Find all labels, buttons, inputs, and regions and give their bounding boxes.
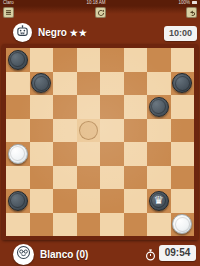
square-r3c2[interactable] xyxy=(30,95,54,119)
status-battery: 100% xyxy=(178,0,197,6)
hamburger-menu-icon xyxy=(5,9,12,16)
square-r8c8[interactable] xyxy=(171,213,195,237)
square-r8c3[interactable] xyxy=(53,213,77,237)
board-frame: ♛ xyxy=(2,44,198,240)
square-r7c3[interactable] xyxy=(53,189,77,213)
square-r3c7[interactable] xyxy=(147,95,171,119)
square-r4c8[interactable] xyxy=(171,119,195,143)
square-r1c1[interactable] xyxy=(6,48,30,72)
refresh-button[interactable] xyxy=(95,7,106,18)
stopwatch-icon xyxy=(145,247,156,265)
square-r4c7[interactable] xyxy=(147,119,171,143)
black-man[interactable] xyxy=(149,97,169,117)
square-r1c5[interactable] xyxy=(100,48,124,72)
square-r4c2[interactable] xyxy=(30,119,54,143)
white-man[interactable] xyxy=(8,144,28,164)
square-r6c1[interactable] xyxy=(6,166,30,190)
square-r2c2[interactable] xyxy=(30,72,54,96)
player-name: Blanco (0) xyxy=(40,249,88,260)
square-r8c7[interactable] xyxy=(147,213,171,237)
board: ♛ xyxy=(6,48,194,236)
square-r2c8[interactable] xyxy=(171,72,195,96)
hint-ring xyxy=(79,121,98,140)
square-r7c2[interactable] xyxy=(30,189,54,213)
square-r5c6[interactable] xyxy=(124,142,148,166)
undo-icon xyxy=(188,9,196,17)
square-r6c2[interactable] xyxy=(30,166,54,190)
square-r3c3[interactable] xyxy=(53,95,77,119)
square-r2c4[interactable] xyxy=(77,72,101,96)
player-timer: 09:54 xyxy=(159,245,196,261)
square-r1c7[interactable] xyxy=(147,48,171,72)
square-r5c5[interactable] xyxy=(100,142,124,166)
square-r6c4[interactable] xyxy=(77,166,101,190)
menu-button[interactable] xyxy=(3,7,14,18)
square-r8c1[interactable] xyxy=(6,213,30,237)
black-man[interactable] xyxy=(8,191,28,211)
square-r1c4[interactable] xyxy=(77,48,101,72)
square-r3c1[interactable] xyxy=(6,95,30,119)
square-r8c6[interactable] xyxy=(124,213,148,237)
refresh-icon xyxy=(97,9,105,17)
status-carrier: Claro xyxy=(3,0,14,6)
square-r2c3[interactable] xyxy=(53,72,77,96)
square-r5c2[interactable] xyxy=(30,142,54,166)
square-r2c1[interactable] xyxy=(6,72,30,96)
undo-button[interactable] xyxy=(186,7,197,18)
black-man[interactable] xyxy=(8,50,28,70)
status-time: 10:18 AM xyxy=(87,0,106,6)
square-r1c2[interactable] xyxy=(30,48,54,72)
square-r6c7[interactable] xyxy=(147,166,171,190)
square-r7c7[interactable]: ♛ xyxy=(147,189,171,213)
status-bar: Claro 10:18 AM 100% xyxy=(0,0,200,6)
square-r2c6[interactable] xyxy=(124,72,148,96)
square-r7c4[interactable] xyxy=(77,189,101,213)
square-r4c1[interactable] xyxy=(6,119,30,143)
square-r5c4[interactable] xyxy=(77,142,101,166)
square-r5c3[interactable] xyxy=(53,142,77,166)
square-r2c7[interactable] xyxy=(147,72,171,96)
square-r8c2[interactable] xyxy=(30,213,54,237)
opponent-name: Negro ★★ xyxy=(38,27,88,38)
square-r1c3[interactable] xyxy=(53,48,77,72)
square-r6c8[interactable] xyxy=(171,166,195,190)
square-r5c8[interactable] xyxy=(171,142,195,166)
square-r7c1[interactable] xyxy=(6,189,30,213)
square-r5c1[interactable] xyxy=(6,142,30,166)
square-r7c6[interactable] xyxy=(124,189,148,213)
square-r8c4[interactable] xyxy=(77,213,101,237)
square-r3c4[interactable] xyxy=(77,95,101,119)
app-screen: Claro 10:18 AM 100% N xyxy=(0,0,200,266)
opponent-avatar xyxy=(13,23,32,42)
square-r3c5[interactable] xyxy=(100,95,124,119)
robot-icon xyxy=(16,24,29,42)
square-r2c5[interactable] xyxy=(100,72,124,96)
difficulty-stars: ★★ xyxy=(70,28,88,38)
square-r3c8[interactable] xyxy=(171,95,195,119)
opponent-timer: 10:00 xyxy=(164,26,197,41)
square-r7c8[interactable] xyxy=(171,189,195,213)
square-r6c5[interactable] xyxy=(100,166,124,190)
square-r4c4[interactable] xyxy=(77,119,101,143)
player-avatar xyxy=(13,244,34,265)
square-r6c6[interactable] xyxy=(124,166,148,190)
square-r4c6[interactable] xyxy=(124,119,148,143)
square-r1c6[interactable] xyxy=(124,48,148,72)
black-king[interactable]: ♛ xyxy=(149,191,169,211)
square-r6c3[interactable] xyxy=(53,166,77,190)
square-r3c6[interactable] xyxy=(124,95,148,119)
white-man[interactable] xyxy=(172,214,192,234)
square-r4c3[interactable] xyxy=(53,119,77,143)
battery-icon xyxy=(192,1,197,4)
square-r5c7[interactable] xyxy=(147,142,171,166)
black-man[interactable] xyxy=(172,73,192,93)
black-man[interactable] xyxy=(31,73,51,93)
square-r8c5[interactable] xyxy=(100,213,124,237)
square-r7c5[interactable] xyxy=(100,189,124,213)
square-r1c8[interactable] xyxy=(171,48,195,72)
square-r4c5[interactable] xyxy=(100,119,124,143)
face-with-glasses-icon xyxy=(16,245,31,264)
